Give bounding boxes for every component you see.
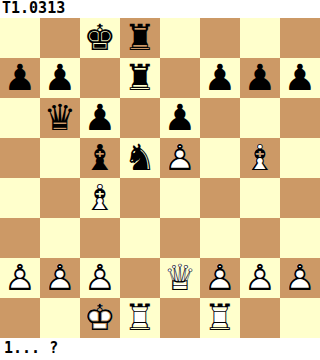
square-h1[interactable] <box>280 298 320 338</box>
black-pawn-icon: ♟ <box>160 98 200 138</box>
black-bishop-icon: ♝ <box>80 138 120 178</box>
white-king-icon: ♚♔ <box>80 298 120 338</box>
white-pawn-icon: ♟♙ <box>280 258 320 298</box>
square-c5[interactable]: ♝ <box>80 138 120 178</box>
square-b4[interactable] <box>40 178 80 218</box>
white-bishop-icon: ♝♗ <box>80 178 120 218</box>
square-h3[interactable] <box>280 218 320 258</box>
white-pawn-icon: ♟♙ <box>40 258 80 298</box>
square-b1[interactable] <box>40 298 80 338</box>
square-b8[interactable] <box>40 18 80 58</box>
square-d4[interactable] <box>120 178 160 218</box>
square-a1[interactable] <box>0 298 40 338</box>
square-g4[interactable] <box>240 178 280 218</box>
square-c4[interactable]: ♝♗ <box>80 178 120 218</box>
square-a5[interactable] <box>0 138 40 178</box>
square-f6[interactable] <box>200 98 240 138</box>
white-pawn-icon: ♟♙ <box>80 258 120 298</box>
square-f1[interactable]: ♜♖ <box>200 298 240 338</box>
square-a2[interactable]: ♟♙ <box>0 258 40 298</box>
move-prompt: 1... ? <box>0 338 320 360</box>
square-g8[interactable] <box>240 18 280 58</box>
square-a8[interactable] <box>0 18 40 58</box>
white-rook-icon: ♜♖ <box>200 298 240 338</box>
square-a3[interactable] <box>0 218 40 258</box>
square-c2[interactable]: ♟♙ <box>80 258 120 298</box>
square-e3[interactable] <box>160 218 200 258</box>
black-rook-icon: ♜ <box>120 58 160 98</box>
square-a7[interactable]: ♟ <box>0 58 40 98</box>
square-e6[interactable]: ♟ <box>160 98 200 138</box>
square-b6[interactable]: ♛ <box>40 98 80 138</box>
square-f7[interactable]: ♟ <box>200 58 240 98</box>
white-pawn-icon: ♟♙ <box>200 258 240 298</box>
square-h5[interactable] <box>280 138 320 178</box>
square-e2[interactable]: ♛♕ <box>160 258 200 298</box>
square-g2[interactable]: ♟♙ <box>240 258 280 298</box>
black-queen-icon: ♛ <box>40 98 80 138</box>
white-pawn-icon: ♟♙ <box>240 258 280 298</box>
square-g6[interactable] <box>240 98 280 138</box>
square-b7[interactable]: ♟ <box>40 58 80 98</box>
black-rook-icon: ♜ <box>120 18 160 58</box>
square-h4[interactable] <box>280 178 320 218</box>
square-f8[interactable] <box>200 18 240 58</box>
square-c6[interactable]: ♟ <box>80 98 120 138</box>
square-a4[interactable] <box>0 178 40 218</box>
white-queen-icon: ♛♕ <box>160 258 200 298</box>
square-f4[interactable] <box>200 178 240 218</box>
square-d3[interactable] <box>120 218 160 258</box>
black-knight-icon: ♞ <box>120 138 160 178</box>
black-pawn-icon: ♟ <box>240 58 280 98</box>
square-e5[interactable]: ♟♙ <box>160 138 200 178</box>
square-d1[interactable]: ♜♖ <box>120 298 160 338</box>
square-e8[interactable] <box>160 18 200 58</box>
square-a6[interactable] <box>0 98 40 138</box>
square-c1[interactable]: ♚♔ <box>80 298 120 338</box>
black-king-icon: ♚ <box>80 18 120 58</box>
white-rook-icon: ♜♖ <box>120 298 160 338</box>
square-f3[interactable] <box>200 218 240 258</box>
black-pawn-icon: ♟ <box>200 58 240 98</box>
square-h8[interactable] <box>280 18 320 58</box>
square-d2[interactable] <box>120 258 160 298</box>
square-h6[interactable] <box>280 98 320 138</box>
square-h7[interactable]: ♟ <box>280 58 320 98</box>
square-f5[interactable] <box>200 138 240 178</box>
square-c7[interactable] <box>80 58 120 98</box>
square-c8[interactable]: ♚ <box>80 18 120 58</box>
square-g7[interactable]: ♟ <box>240 58 280 98</box>
square-c3[interactable] <box>80 218 120 258</box>
square-b2[interactable]: ♟♙ <box>40 258 80 298</box>
white-pawn-icon: ♟♙ <box>160 138 200 178</box>
square-e1[interactable] <box>160 298 200 338</box>
square-d7[interactable]: ♜ <box>120 58 160 98</box>
square-e4[interactable] <box>160 178 200 218</box>
square-e7[interactable] <box>160 58 200 98</box>
white-bishop-icon: ♝♗ <box>240 138 280 178</box>
square-d6[interactable] <box>120 98 160 138</box>
square-g3[interactable] <box>240 218 280 258</box>
black-pawn-icon: ♟ <box>40 58 80 98</box>
square-g5[interactable]: ♝♗ <box>240 138 280 178</box>
black-pawn-icon: ♟ <box>280 58 320 98</box>
square-d5[interactable]: ♞ <box>120 138 160 178</box>
puzzle-id: T1.0313 <box>0 0 320 18</box>
black-pawn-icon: ♟ <box>80 98 120 138</box>
white-pawn-icon: ♟♙ <box>0 258 40 298</box>
square-g1[interactable] <box>240 298 280 338</box>
chess-puzzle-page: T1.0313 ♚♜♟♟♜♟♟♟♛♟♟♝♞♟♙♝♗♝♗♟♙♟♙♟♙♛♕♟♙♟♙♟… <box>0 0 320 360</box>
black-pawn-icon: ♟ <box>0 58 40 98</box>
square-b5[interactable] <box>40 138 80 178</box>
square-d8[interactable]: ♜ <box>120 18 160 58</box>
square-f2[interactable]: ♟♙ <box>200 258 240 298</box>
square-b3[interactable] <box>40 218 80 258</box>
square-h2[interactable]: ♟♙ <box>280 258 320 298</box>
chess-board: ♚♜♟♟♜♟♟♟♛♟♟♝♞♟♙♝♗♝♗♟♙♟♙♟♙♛♕♟♙♟♙♟♙♚♔♜♖♜♖ <box>0 18 320 338</box>
